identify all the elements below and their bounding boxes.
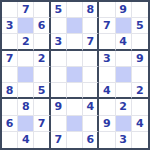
cell-r8c4[interactable] <box>51 116 67 132</box>
cell-r1c9[interactable] <box>132 2 148 18</box>
cell-r8c6[interactable] <box>83 116 99 132</box>
cell-r7c9[interactable] <box>132 99 148 115</box>
cell-r2c8[interactable] <box>116 18 132 34</box>
cell-r5c7[interactable] <box>99 67 115 83</box>
cell-r8c2[interactable] <box>18 116 34 132</box>
cell-r6c6[interactable] <box>83 83 99 99</box>
cell-r5c6[interactable] <box>83 67 99 83</box>
cell-r7c8[interactable]: 2 <box>116 99 132 115</box>
cell-r1c8[interactable]: 9 <box>116 2 132 18</box>
cell-r2c2[interactable] <box>18 18 34 34</box>
cell-r3c7[interactable] <box>99 34 115 50</box>
cell-r3c1[interactable] <box>2 34 18 50</box>
cell-r5c4[interactable] <box>51 67 67 83</box>
cell-r1c6[interactable]: 8 <box>83 2 99 18</box>
cell-r7c5[interactable] <box>67 99 83 115</box>
cell-r9c2[interactable]: 4 <box>18 132 34 148</box>
cell-r4c5[interactable] <box>67 51 83 67</box>
cell-r9c8[interactable]: 3 <box>116 132 132 148</box>
cell-r6c1[interactable]: 8 <box>2 83 18 99</box>
cell-r3c3[interactable] <box>34 34 50 50</box>
cell-r9c3[interactable] <box>34 132 50 148</box>
cell-r1c4[interactable]: 5 <box>51 2 67 18</box>
cell-r8c5[interactable] <box>67 116 83 132</box>
cell-r4c2[interactable] <box>18 51 34 67</box>
cell-r5c1[interactable] <box>2 67 18 83</box>
cell-r1c2[interactable]: 7 <box>18 2 34 18</box>
cell-r4c3[interactable]: 2 <box>34 51 50 67</box>
cell-r2c4[interactable] <box>51 18 67 34</box>
cell-r2c1[interactable]: 3 <box>2 18 18 34</box>
cell-r3c6[interactable]: 7 <box>83 34 99 50</box>
cell-r5c9[interactable] <box>132 67 148 83</box>
cell-r3c5[interactable] <box>67 34 83 50</box>
cell-r9c7[interactable] <box>99 132 115 148</box>
cell-r4c9[interactable]: 9 <box>132 51 148 67</box>
cell-r7c6[interactable]: 4 <box>83 99 99 115</box>
cell-r1c1[interactable] <box>2 2 18 18</box>
cell-r1c7[interactable] <box>99 2 115 18</box>
cell-r6c4[interactable] <box>51 83 67 99</box>
cell-r5c5[interactable] <box>67 67 83 83</box>
cell-r5c3[interactable] <box>34 67 50 83</box>
cell-r7c3[interactable] <box>34 99 50 115</box>
cell-r4c6[interactable] <box>83 51 99 67</box>
cell-r9c1[interactable] <box>2 132 18 148</box>
cell-r2c5[interactable] <box>67 18 83 34</box>
cell-r8c1[interactable]: 6 <box>2 116 18 132</box>
cell-r6c5[interactable] <box>67 83 83 99</box>
cell-r8c9[interactable]: 4 <box>132 116 148 132</box>
sudoku-board: 75893675237472398542894267944763 <box>0 0 150 150</box>
cell-r6c8[interactable] <box>116 83 132 99</box>
cell-r4c4[interactable] <box>51 51 67 67</box>
cell-r2c3[interactable]: 6 <box>34 18 50 34</box>
cell-r4c8[interactable] <box>116 51 132 67</box>
cell-r9c4[interactable]: 7 <box>51 132 67 148</box>
cell-r4c7[interactable]: 3 <box>99 51 115 67</box>
cell-r6c3[interactable]: 5 <box>34 83 50 99</box>
cell-r2c7[interactable]: 7 <box>99 18 115 34</box>
cell-r3c9[interactable] <box>132 34 148 50</box>
cell-r6c9[interactable]: 2 <box>132 83 148 99</box>
cell-r6c2[interactable] <box>18 83 34 99</box>
cell-r3c8[interactable]: 4 <box>116 34 132 50</box>
cell-r2c6[interactable] <box>83 18 99 34</box>
cell-r8c8[interactable] <box>116 116 132 132</box>
cell-r7c1[interactable] <box>2 99 18 115</box>
cell-r1c5[interactable] <box>67 2 83 18</box>
cell-r4c1[interactable]: 7 <box>2 51 18 67</box>
cell-r2c9[interactable]: 5 <box>132 18 148 34</box>
cell-r9c5[interactable] <box>67 132 83 148</box>
cell-r5c2[interactable] <box>18 67 34 83</box>
cell-r5c8[interactable] <box>116 67 132 83</box>
cell-r1c3[interactable] <box>34 2 50 18</box>
cell-r6c7[interactable]: 4 <box>99 83 115 99</box>
cell-r8c3[interactable]: 7 <box>34 116 50 132</box>
cell-r7c7[interactable] <box>99 99 115 115</box>
cell-r9c6[interactable]: 6 <box>83 132 99 148</box>
cell-r3c2[interactable]: 2 <box>18 34 34 50</box>
cell-r9c9[interactable] <box>132 132 148 148</box>
cell-r3c4[interactable]: 3 <box>51 34 67 50</box>
sudoku-grid: 75893675237472398542894267944763 <box>2 2 148 148</box>
cell-r7c4[interactable]: 9 <box>51 99 67 115</box>
cell-r8c7[interactable]: 9 <box>99 116 115 132</box>
cell-r7c2[interactable]: 8 <box>18 99 34 115</box>
